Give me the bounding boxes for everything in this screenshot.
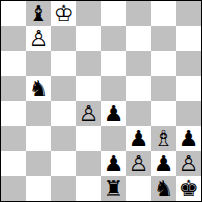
square-c8[interactable]: ♔ <box>51 1 76 26</box>
piece-black-king: ♚ <box>179 176 199 201</box>
square-c5[interactable] <box>51 76 76 101</box>
piece-black-knight: ♞ <box>154 176 174 201</box>
square-g7[interactable] <box>151 26 176 51</box>
square-d3[interactable] <box>76 126 101 151</box>
square-b6[interactable] <box>26 51 51 76</box>
square-h3[interactable]: ♟ <box>176 126 201 151</box>
piece-white-pawn: ♙ <box>29 26 49 51</box>
square-a4[interactable] <box>1 101 26 126</box>
square-d6[interactable] <box>76 51 101 76</box>
piece-white-king: ♔ <box>54 1 74 26</box>
square-c2[interactable] <box>51 151 76 176</box>
square-e4[interactable]: ♟ <box>101 101 126 126</box>
square-e3[interactable] <box>101 126 126 151</box>
piece-black-knight: ♞ <box>29 76 49 101</box>
square-c6[interactable] <box>51 51 76 76</box>
square-a3[interactable] <box>1 126 26 151</box>
square-g6[interactable] <box>151 51 176 76</box>
square-f1[interactable] <box>126 176 151 201</box>
square-g1[interactable]: ♞ <box>151 176 176 201</box>
square-f3[interactable]: ♟ <box>126 126 151 151</box>
piece-white-bishop: ♗ <box>154 126 174 151</box>
square-e2[interactable]: ♟ <box>101 151 126 176</box>
square-h8[interactable] <box>176 1 201 26</box>
piece-black-pawn: ♟ <box>104 101 124 126</box>
square-f7[interactable] <box>126 26 151 51</box>
square-b8[interactable]: ♝ <box>26 1 51 26</box>
piece-black-rook: ♜ <box>104 176 124 201</box>
chess-diagram: ♝♔♙♞♙♟♟♗♟♟♙♟♙♜♞♚ <box>0 0 202 202</box>
square-a1[interactable] <box>1 176 26 201</box>
piece-black-pawn: ♟ <box>154 151 174 176</box>
square-g8[interactable] <box>151 1 176 26</box>
square-f8[interactable] <box>126 1 151 26</box>
square-h4[interactable] <box>176 101 201 126</box>
square-g3[interactable]: ♗ <box>151 126 176 151</box>
square-b3[interactable] <box>26 126 51 151</box>
square-c1[interactable] <box>51 176 76 201</box>
square-g5[interactable] <box>151 76 176 101</box>
piece-black-pawn: ♟ <box>129 126 149 151</box>
square-a5[interactable] <box>1 76 26 101</box>
square-c4[interactable] <box>51 101 76 126</box>
square-c7[interactable] <box>51 26 76 51</box>
square-h1[interactable]: ♚ <box>176 176 201 201</box>
chess-board: ♝♔♙♞♙♟♟♗♟♟♙♟♙♜♞♚ <box>0 0 202 202</box>
square-f5[interactable] <box>126 76 151 101</box>
piece-white-pawn: ♙ <box>129 151 149 176</box>
square-h7[interactable] <box>176 26 201 51</box>
square-g2[interactable]: ♟ <box>151 151 176 176</box>
square-d1[interactable] <box>76 176 101 201</box>
square-f2[interactable]: ♙ <box>126 151 151 176</box>
square-b4[interactable] <box>26 101 51 126</box>
piece-black-bishop: ♝ <box>29 1 49 26</box>
square-d7[interactable] <box>76 26 101 51</box>
square-g4[interactable] <box>151 101 176 126</box>
square-e7[interactable] <box>101 26 126 51</box>
square-a7[interactable] <box>1 26 26 51</box>
square-h5[interactable] <box>176 76 201 101</box>
square-b5[interactable]: ♞ <box>26 76 51 101</box>
piece-black-pawn: ♟ <box>104 151 124 176</box>
square-e1[interactable]: ♜ <box>101 176 126 201</box>
square-h2[interactable]: ♙ <box>176 151 201 176</box>
piece-white-pawn: ♙ <box>79 101 99 126</box>
piece-black-pawn: ♟ <box>179 126 199 151</box>
square-f4[interactable] <box>126 101 151 126</box>
square-h6[interactable] <box>176 51 201 76</box>
square-b2[interactable] <box>26 151 51 176</box>
square-d8[interactable] <box>76 1 101 26</box>
square-e5[interactable] <box>101 76 126 101</box>
square-d5[interactable] <box>76 76 101 101</box>
square-a8[interactable] <box>1 1 26 26</box>
square-b7[interactable]: ♙ <box>26 26 51 51</box>
piece-white-pawn: ♙ <box>179 151 199 176</box>
square-d4[interactable]: ♙ <box>76 101 101 126</box>
square-b1[interactable] <box>26 176 51 201</box>
square-c3[interactable] <box>51 126 76 151</box>
square-e6[interactable] <box>101 51 126 76</box>
square-a2[interactable] <box>1 151 26 176</box>
square-f6[interactable] <box>126 51 151 76</box>
square-a6[interactable] <box>1 51 26 76</box>
square-d2[interactable] <box>76 151 101 176</box>
square-e8[interactable] <box>101 1 126 26</box>
